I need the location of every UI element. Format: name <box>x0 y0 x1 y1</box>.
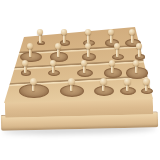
knob-ball <box>100 78 107 85</box>
knob-ball <box>81 60 87 66</box>
product-photo-montessori-cylinder-blocks <box>0 0 160 160</box>
knob-ball <box>22 60 28 66</box>
knob-ball <box>30 78 37 85</box>
knob-ball <box>108 29 114 35</box>
knob-ball <box>129 29 135 35</box>
knob-ball <box>55 43 61 49</box>
knob-ball <box>61 29 67 35</box>
knob-ball <box>143 78 150 85</box>
knob-ball <box>114 43 120 49</box>
knob-ball <box>37 29 43 35</box>
knob-ball <box>124 78 131 85</box>
knob-ball <box>50 60 56 66</box>
knob-ball <box>133 60 139 66</box>
knob-ball <box>109 60 115 66</box>
knob-ball <box>85 43 91 49</box>
cylinders-layer <box>0 0 160 160</box>
knob-ball <box>85 29 91 35</box>
knob-ball <box>68 78 75 85</box>
knob-ball <box>27 43 33 49</box>
knob-ball <box>136 43 142 49</box>
